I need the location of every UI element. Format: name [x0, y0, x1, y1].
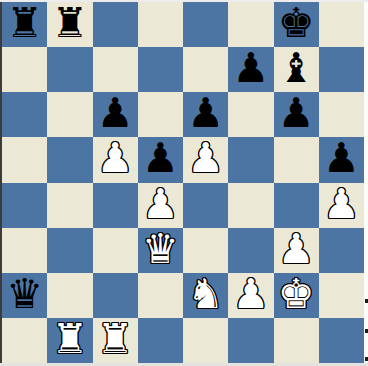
- piece-black-pawn[interactable]: ♟: [232, 48, 269, 89]
- square-e7[interactable]: [183, 47, 228, 92]
- piece-black-rook[interactable]: ♜: [51, 3, 88, 44]
- piece-black-king[interactable]: ♚: [278, 3, 315, 44]
- square-c3[interactable]: [93, 228, 138, 273]
- piece-white-pawn[interactable]: ♟: [232, 274, 269, 315]
- square-d3[interactable]: ♛: [138, 228, 183, 273]
- square-c7[interactable]: [93, 47, 138, 92]
- square-c1[interactable]: ♜: [93, 318, 138, 363]
- piece-white-rook[interactable]: ♜: [97, 319, 134, 360]
- piece-white-pawn[interactable]: ♟: [323, 184, 360, 225]
- square-f8[interactable]: [228, 2, 273, 47]
- square-g8[interactable]: ♚: [274, 2, 319, 47]
- square-g5[interactable]: [274, 137, 319, 182]
- square-b3[interactable]: [47, 228, 92, 273]
- square-c2[interactable]: [93, 273, 138, 318]
- square-h3[interactable]: [319, 228, 364, 273]
- piece-white-pawn[interactable]: ♟: [278, 229, 315, 270]
- square-g6[interactable]: ♟: [274, 92, 319, 137]
- square-d5[interactable]: ♟: [138, 137, 183, 182]
- square-d8[interactable]: [138, 2, 183, 47]
- square-a5[interactable]: [2, 137, 47, 182]
- square-f6[interactable]: [228, 92, 273, 137]
- square-a3[interactable]: [2, 228, 47, 273]
- right-margin-strip: [364, 2, 368, 363]
- square-b5[interactable]: [47, 137, 92, 182]
- chess-board: ♜♜♚♟♝♟♟♟♟♟♟♟♟♟♛♟♛♞♟♚♜♜: [2, 2, 364, 363]
- square-e2[interactable]: ♞: [183, 273, 228, 318]
- square-d7[interactable]: [138, 47, 183, 92]
- square-f4[interactable]: [228, 183, 273, 228]
- square-c4[interactable]: [93, 183, 138, 228]
- piece-white-pawn[interactable]: ♟: [97, 138, 134, 179]
- square-e1[interactable]: [183, 318, 228, 363]
- piece-white-queen[interactable]: ♛: [142, 229, 179, 270]
- square-a6[interactable]: [2, 92, 47, 137]
- piece-white-pawn[interactable]: ♟: [187, 138, 224, 179]
- square-e4[interactable]: [183, 183, 228, 228]
- square-a2[interactable]: ♛: [2, 273, 47, 318]
- square-b6[interactable]: [47, 92, 92, 137]
- chess-board-frame: ♜♜♚♟♝♟♟♟♟♟♟♟♟♟♛♟♛♞♟♚♜♜: [0, 0, 368, 366]
- square-h6[interactable]: [319, 92, 364, 137]
- square-c6[interactable]: ♟: [93, 92, 138, 137]
- square-b4[interactable]: [47, 183, 92, 228]
- square-e3[interactable]: [183, 228, 228, 273]
- square-f1[interactable]: [228, 318, 273, 363]
- square-g4[interactable]: [274, 183, 319, 228]
- square-e5[interactable]: ♟: [183, 137, 228, 182]
- square-h2[interactable]: [319, 273, 364, 318]
- square-h4[interactable]: ♟: [319, 183, 364, 228]
- square-f5[interactable]: [228, 137, 273, 182]
- piece-black-pawn[interactable]: ♟: [278, 93, 315, 134]
- square-b2[interactable]: [47, 273, 92, 318]
- piece-white-pawn[interactable]: ♟: [142, 184, 179, 225]
- square-f7[interactable]: ♟: [228, 47, 273, 92]
- square-d6[interactable]: [138, 92, 183, 137]
- piece-black-pawn[interactable]: ♟: [187, 93, 224, 134]
- piece-white-knight[interactable]: ♞: [187, 274, 224, 315]
- piece-black-rook[interactable]: ♜: [6, 3, 43, 44]
- square-g2[interactable]: ♚: [274, 273, 319, 318]
- square-g1[interactable]: [274, 318, 319, 363]
- square-a8[interactable]: ♜: [2, 2, 47, 47]
- square-d2[interactable]: [138, 273, 183, 318]
- piece-black-pawn[interactable]: ♟: [97, 93, 134, 134]
- square-a1[interactable]: [2, 318, 47, 363]
- square-b1[interactable]: ♜: [47, 318, 92, 363]
- square-h8[interactable]: [319, 2, 364, 47]
- square-h1[interactable]: [319, 318, 364, 363]
- square-f2[interactable]: ♟: [228, 273, 273, 318]
- square-a4[interactable]: [2, 183, 47, 228]
- piece-black-queen[interactable]: ♛: [6, 274, 43, 315]
- square-b8[interactable]: ♜: [47, 2, 92, 47]
- piece-black-pawn[interactable]: ♟: [323, 138, 360, 179]
- square-h7[interactable]: [319, 47, 364, 92]
- piece-black-pawn[interactable]: ♟: [142, 138, 179, 179]
- square-g3[interactable]: ♟: [274, 228, 319, 273]
- piece-black-bishop[interactable]: ♝: [278, 48, 315, 89]
- piece-white-rook[interactable]: ♜: [51, 319, 88, 360]
- square-g7[interactable]: ♝: [274, 47, 319, 92]
- square-b7[interactable]: [47, 47, 92, 92]
- square-h5[interactable]: ♟: [319, 137, 364, 182]
- square-a7[interactable]: [2, 47, 47, 92]
- square-e8[interactable]: [183, 2, 228, 47]
- square-c8[interactable]: [93, 2, 138, 47]
- piece-white-king[interactable]: ♚: [278, 274, 315, 315]
- square-d4[interactable]: ♟: [138, 183, 183, 228]
- square-e6[interactable]: ♟: [183, 92, 228, 137]
- square-d1[interactable]: [138, 318, 183, 363]
- square-c5[interactable]: ♟: [93, 137, 138, 182]
- square-f3[interactable]: [228, 228, 273, 273]
